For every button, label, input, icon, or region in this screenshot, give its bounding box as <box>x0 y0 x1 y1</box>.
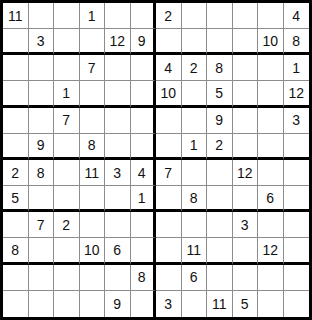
cell-r2c2-given[interactable]: 3 <box>29 29 55 55</box>
cell-r12c4-empty[interactable] <box>80 291 106 317</box>
cell-r12c3-empty[interactable] <box>54 291 80 317</box>
cell-r10c12-empty[interactable] <box>284 238 310 264</box>
cell-r3c7-given[interactable]: 4 <box>156 55 182 81</box>
cell-r1c7-given[interactable]: 2 <box>156 3 182 29</box>
cell-r12c1-empty[interactable] <box>3 291 29 317</box>
cell-r5c6-empty[interactable] <box>131 108 157 134</box>
cell-r5c9-given[interactable]: 9 <box>207 108 233 134</box>
cell-r4c1-empty[interactable] <box>3 81 29 107</box>
cell-r7c11-empty[interactable] <box>258 160 284 186</box>
cell-r7c1-given[interactable]: 2 <box>3 160 29 186</box>
cell-r2c4-empty[interactable] <box>80 29 106 55</box>
cell-r6c11-empty[interactable] <box>258 134 284 160</box>
cell-r10c11-given[interactable]: 12 <box>258 238 284 264</box>
cell-r5c10-empty[interactable] <box>233 108 259 134</box>
cell-r12c11-empty[interactable] <box>258 291 284 317</box>
cell-r7c10-given[interactable]: 12 <box>233 160 259 186</box>
cell-r4c3-given[interactable]: 1 <box>54 81 80 107</box>
cell-r10c1-given[interactable]: 8 <box>3 238 29 264</box>
cell-r3c10-empty[interactable] <box>233 55 259 81</box>
cell-r1c12-given[interactable]: 4 <box>284 3 310 29</box>
cell-r11c8-given[interactable]: 6 <box>182 265 208 291</box>
cell-r1c1-given[interactable]: 11 <box>3 3 29 29</box>
cell-r8c12-empty[interactable] <box>284 186 310 212</box>
cell-r6c7-empty[interactable] <box>156 134 182 160</box>
cell-r10c4-given[interactable]: 10 <box>80 238 106 264</box>
cell-r9c9-empty[interactable] <box>207 212 233 238</box>
cell-r10c5-given[interactable]: 6 <box>105 238 131 264</box>
cell-r8c11-given[interactable]: 6 <box>258 186 284 212</box>
cell-r1c5-empty[interactable] <box>105 3 131 29</box>
cell-r4c12-given[interactable]: 12 <box>284 81 310 107</box>
cell-r12c7-given[interactable]: 3 <box>156 291 182 317</box>
cell-r2c9-empty[interactable] <box>207 29 233 55</box>
cell-r8c9-empty[interactable] <box>207 186 233 212</box>
cell-r2c8-empty[interactable] <box>182 29 208 55</box>
cell-r4c9-given[interactable]: 5 <box>207 81 233 107</box>
cell-r7c4-given[interactable]: 11 <box>80 160 106 186</box>
cell-r11c7-empty[interactable] <box>156 265 182 291</box>
cell-r12c2-empty[interactable] <box>29 291 55 317</box>
cell-r5c11-empty[interactable] <box>258 108 284 134</box>
cell-r5c8-empty[interactable] <box>182 108 208 134</box>
cell-r12c6-empty[interactable] <box>131 291 157 317</box>
cell-r7c6-given[interactable]: 4 <box>131 160 157 186</box>
cell-r9c2-given[interactable]: 7 <box>29 212 55 238</box>
cell-r2c5-given[interactable]: 12 <box>105 29 131 55</box>
cell-r1c8-empty[interactable] <box>182 3 208 29</box>
cell-r3c12-given[interactable]: 1 <box>284 55 310 81</box>
cell-r2c3-empty[interactable] <box>54 29 80 55</box>
cell-r9c8-empty[interactable] <box>182 212 208 238</box>
cell-r8c8-given[interactable]: 8 <box>182 186 208 212</box>
cell-r5c12-given[interactable]: 3 <box>284 108 310 134</box>
cell-r6c2-given[interactable]: 9 <box>29 134 55 160</box>
cell-r11c6-given[interactable]: 8 <box>131 265 157 291</box>
cell-r11c12-empty[interactable] <box>284 265 310 291</box>
cell-r11c3-empty[interactable] <box>54 265 80 291</box>
cell-r10c9-empty[interactable] <box>207 238 233 264</box>
cell-r9c10-given[interactable]: 3 <box>233 212 259 238</box>
cell-r4c6-empty[interactable] <box>131 81 157 107</box>
cell-r1c6-empty[interactable] <box>131 3 157 29</box>
cell-r12c9-given[interactable]: 11 <box>207 291 233 317</box>
cell-r6c4-given[interactable]: 8 <box>80 134 106 160</box>
cell-r3c9-given[interactable]: 8 <box>207 55 233 81</box>
cell-r1c4-given[interactable]: 1 <box>80 3 106 29</box>
cell-r4c8-empty[interactable] <box>182 81 208 107</box>
cell-r5c3-given[interactable]: 7 <box>54 108 80 134</box>
cell-r1c11-empty[interactable] <box>258 3 284 29</box>
cell-r1c10-empty[interactable] <box>233 3 259 29</box>
cell-r8c2-empty[interactable] <box>29 186 55 212</box>
cell-r9c12-empty[interactable] <box>284 212 310 238</box>
cell-r7c12-empty[interactable] <box>284 160 310 186</box>
cell-r2c1-empty[interactable] <box>3 29 29 55</box>
cell-r2c7-empty[interactable] <box>156 29 182 55</box>
cell-r11c5-empty[interactable] <box>105 265 131 291</box>
cell-r2c6-given[interactable]: 9 <box>131 29 157 55</box>
cell-r7c2-given[interactable]: 8 <box>29 160 55 186</box>
cell-r8c10-empty[interactable] <box>233 186 259 212</box>
cell-r1c9-empty[interactable] <box>207 3 233 29</box>
cell-r5c4-empty[interactable] <box>80 108 106 134</box>
cell-r4c2-empty[interactable] <box>29 81 55 107</box>
cell-r8c1-given[interactable]: 5 <box>3 186 29 212</box>
cell-r6c6-empty[interactable] <box>131 134 157 160</box>
cell-r5c1-empty[interactable] <box>3 108 29 134</box>
cell-r11c4-empty[interactable] <box>80 265 106 291</box>
cell-r6c3-empty[interactable] <box>54 134 80 160</box>
cell-r7c7-given[interactable]: 7 <box>156 160 182 186</box>
cell-r5c5-empty[interactable] <box>105 108 131 134</box>
cell-r12c5-given[interactable]: 9 <box>105 291 131 317</box>
cell-r7c5-given[interactable]: 3 <box>105 160 131 186</box>
cell-r8c4-empty[interactable] <box>80 186 106 212</box>
cell-r11c1-empty[interactable] <box>3 265 29 291</box>
cell-r7c3-empty[interactable] <box>54 160 80 186</box>
cell-r2c12-given[interactable]: 8 <box>284 29 310 55</box>
cell-r6c1-empty[interactable] <box>3 134 29 160</box>
cell-r10c2-empty[interactable] <box>29 238 55 264</box>
sudoku-board: 1112431291087428111051279398122811347125… <box>0 0 312 320</box>
cell-r9c4-empty[interactable] <box>80 212 106 238</box>
cell-r9c11-empty[interactable] <box>258 212 284 238</box>
cell-r4c11-empty[interactable] <box>258 81 284 107</box>
cell-r10c7-empty[interactable] <box>156 238 182 264</box>
cell-r1c2-empty[interactable] <box>29 3 55 29</box>
cell-r9c1-empty[interactable] <box>3 212 29 238</box>
cell-r4c4-empty[interactable] <box>80 81 106 107</box>
cell-r8c3-empty[interactable] <box>54 186 80 212</box>
cell-r10c3-empty[interactable] <box>54 238 80 264</box>
cell-r11c11-empty[interactable] <box>258 265 284 291</box>
cell-r7c9-empty[interactable] <box>207 160 233 186</box>
cell-r5c2-empty[interactable] <box>29 108 55 134</box>
cell-r12c12-empty[interactable] <box>284 291 310 317</box>
cell-r10c8-given[interactable]: 11 <box>182 238 208 264</box>
cell-r12c8-empty[interactable] <box>182 291 208 317</box>
cell-r9c7-empty[interactable] <box>156 212 182 238</box>
cell-r10c10-empty[interactable] <box>233 238 259 264</box>
cell-r11c9-empty[interactable] <box>207 265 233 291</box>
cell-r4c10-empty[interactable] <box>233 81 259 107</box>
cell-r6c9-given[interactable]: 2 <box>207 134 233 160</box>
cell-r6c8-given[interactable]: 1 <box>182 134 208 160</box>
cell-r1c3-empty[interactable] <box>54 3 80 29</box>
cell-r3c1-empty[interactable] <box>3 55 29 81</box>
cell-r8c5-empty[interactable] <box>105 186 131 212</box>
cell-r3c11-empty[interactable] <box>258 55 284 81</box>
cell-r11c10-empty[interactable] <box>233 265 259 291</box>
cell-r2c10-empty[interactable] <box>233 29 259 55</box>
cell-r8c7-empty[interactable] <box>156 186 182 212</box>
cell-r6c5-empty[interactable] <box>105 134 131 160</box>
cell-r8c6-given[interactable]: 1 <box>131 186 157 212</box>
cell-r9c5-empty[interactable] <box>105 212 131 238</box>
cell-r12c10-given[interactable]: 5 <box>233 291 259 317</box>
cell-r6c12-empty[interactable] <box>284 134 310 160</box>
cell-r7c8-empty[interactable] <box>182 160 208 186</box>
cell-r3c5-empty[interactable] <box>105 55 131 81</box>
cell-r3c2-empty[interactable] <box>29 55 55 81</box>
cell-r4c7-given[interactable]: 10 <box>156 81 182 107</box>
cell-r3c8-given[interactable]: 2 <box>182 55 208 81</box>
cell-r3c6-empty[interactable] <box>131 55 157 81</box>
cell-r4c5-empty[interactable] <box>105 81 131 107</box>
cell-r2c11-given[interactable]: 10 <box>258 29 284 55</box>
cell-r9c3-given[interactable]: 2 <box>54 212 80 238</box>
cell-r3c4-given[interactable]: 7 <box>80 55 106 81</box>
cell-r6c10-empty[interactable] <box>233 134 259 160</box>
cell-r11c2-empty[interactable] <box>29 265 55 291</box>
cell-r9c6-empty[interactable] <box>131 212 157 238</box>
cell-r3c3-empty[interactable] <box>54 55 80 81</box>
cell-r10c6-empty[interactable] <box>131 238 157 264</box>
cell-r5c7-empty[interactable] <box>156 108 182 134</box>
